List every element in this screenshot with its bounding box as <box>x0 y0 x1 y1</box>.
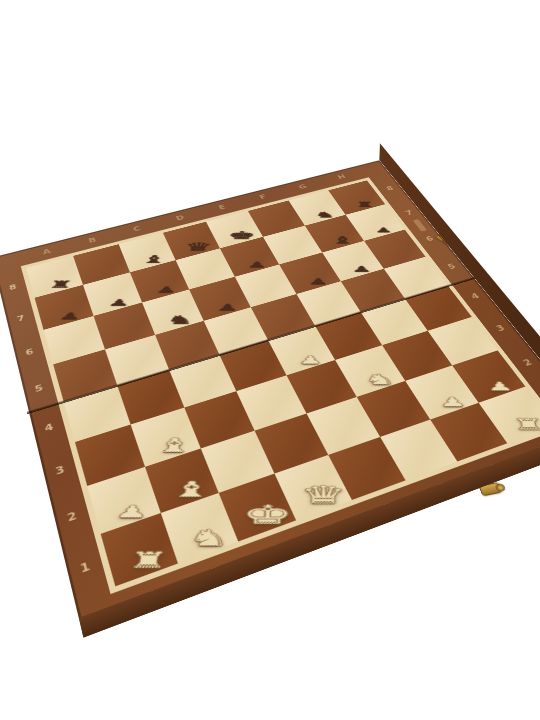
square-a3 <box>75 424 145 485</box>
square-d2 <box>255 414 329 474</box>
white-queen-d1: ♛ <box>299 483 347 507</box>
white-rook-a1: ♜ <box>126 550 170 572</box>
product-photo: 87654321 87654321 ABCDEFGH ABCDEFGH ♜♝♛♚… <box>0 0 540 720</box>
white-king-c1: ♚ <box>241 502 293 528</box>
white-pawn-h2: ♟ <box>486 381 514 393</box>
white-knight-f3: ♞ <box>364 372 396 386</box>
square-e2 <box>307 397 381 455</box>
square-g2: ♟ <box>405 365 478 419</box>
square-a4 <box>64 385 131 442</box>
scene: 87654321 87654321 ABCDEFGH ABCDEFGH ♜♝♛♚… <box>0 0 540 720</box>
black-pawn-f6: ♟ <box>308 278 328 286</box>
white-bishop-b3: ♝ <box>153 436 195 455</box>
square-d3 <box>236 375 306 430</box>
white-pawn-a2: ♟ <box>114 504 149 521</box>
white-rook-h1: ♜ <box>511 417 540 432</box>
white-bishop-b2: ♝ <box>168 479 212 500</box>
white-knight-b1: ♞ <box>186 527 230 549</box>
folding-chess-board: 87654321 87654321 ABCDEFGH ABCDEFGH ♜♝♛♚… <box>0 160 540 637</box>
square-a2: ♟ <box>87 467 161 534</box>
square-b2: ♝ <box>145 448 219 513</box>
white-pawn-g2: ♟ <box>438 396 467 409</box>
square-c3 <box>184 391 254 448</box>
square-g1 <box>430 403 507 462</box>
square-h1: ♜ <box>479 387 540 444</box>
square-c2 <box>201 431 275 493</box>
